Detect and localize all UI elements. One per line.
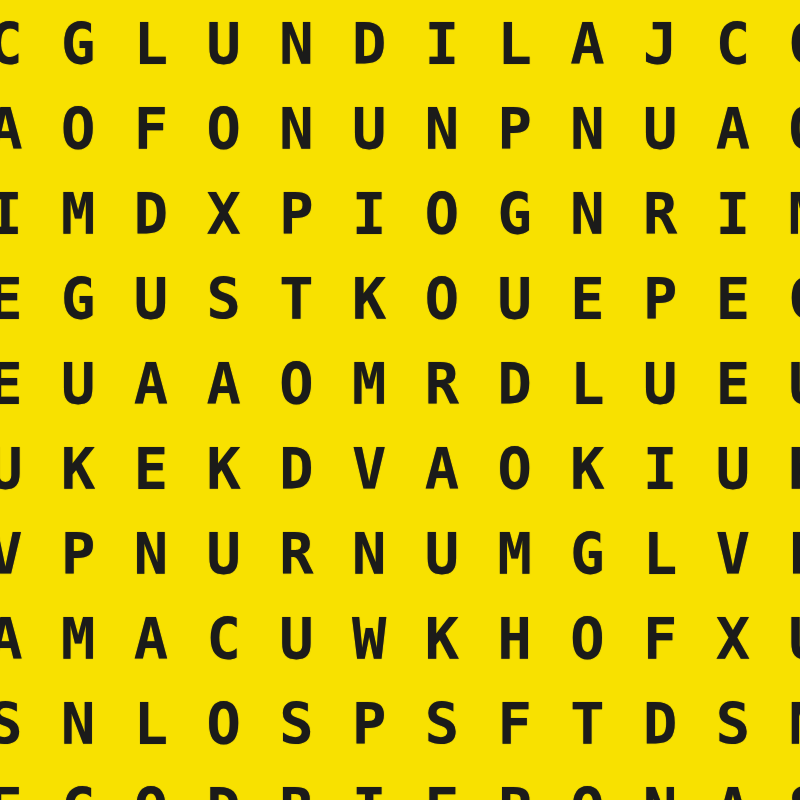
grid-cell[interactable]: M [42, 172, 115, 257]
grid-cell[interactable]: L [551, 342, 624, 427]
grid-cell[interactable]: A [697, 767, 770, 800]
grid-cell[interactable]: P [478, 87, 551, 172]
grid-cell[interactable]: U [478, 257, 551, 342]
grid-cell[interactable]: O [187, 682, 260, 767]
grid-cell[interactable]: L [478, 2, 551, 87]
grid-cell[interactable]: I [0, 172, 42, 257]
grid-cell[interactable]: P [260, 172, 333, 257]
grid-cell[interactable]: U [406, 512, 479, 597]
grid-cell[interactable]: V [697, 512, 770, 597]
grid-cell[interactable]: N [769, 682, 800, 767]
grid-cell[interactable]: M [478, 512, 551, 597]
grid-cell[interactable]: A [0, 597, 42, 682]
grid-cell[interactable]: U [115, 257, 188, 342]
grid-cell[interactable]: O [187, 87, 260, 172]
grid-cell[interactable]: P [769, 512, 800, 597]
grid-cell[interactable]: T [260, 257, 333, 342]
grid-cell[interactable]: U [260, 597, 333, 682]
grid-cell[interactable]: O [115, 767, 188, 800]
grid-cell[interactable]: D [115, 172, 188, 257]
grid-cell[interactable]: N [333, 512, 406, 597]
grid-cell[interactable]: U [769, 342, 800, 427]
grid-cell[interactable]: O [42, 87, 115, 172]
grid-cell[interactable]: R [260, 767, 333, 800]
grid-cell[interactable]: E [0, 767, 42, 800]
grid-cell[interactable]: U [769, 597, 800, 682]
grid-cell[interactable]: F [624, 597, 697, 682]
grid-cell[interactable]: E [0, 257, 42, 342]
grid-cell[interactable]: I [406, 2, 479, 87]
grid-cell[interactable]: U [187, 2, 260, 87]
grid-cell[interactable]: X [187, 172, 260, 257]
grid-cell[interactable]: U [333, 87, 406, 172]
grid-cell[interactable]: O [406, 257, 479, 342]
grid-cell[interactable]: F [478, 682, 551, 767]
grid-cell[interactable]: N [115, 512, 188, 597]
grid-cell[interactable]: C [187, 597, 260, 682]
grid-cell[interactable]: O [769, 87, 800, 172]
grid-cell[interactable]: D [260, 427, 333, 512]
grid-cell[interactable]: M [333, 342, 406, 427]
grid-cell[interactable]: E [0, 342, 42, 427]
grid-cell[interactable]: K [406, 597, 479, 682]
grid-cell[interactable]: N [551, 172, 624, 257]
grid-cell[interactable]: A [187, 342, 260, 427]
grid-cell[interactable]: U [697, 427, 770, 512]
grid-cell[interactable]: A [115, 342, 188, 427]
grid-cell[interactable]: N [551, 87, 624, 172]
grid-cell[interactable]: S [697, 682, 770, 767]
grid-cell[interactable]: N [260, 2, 333, 87]
grid-cell[interactable]: E [697, 257, 770, 342]
grid-cell[interactable]: K [551, 427, 624, 512]
grid-cell[interactable]: K [769, 427, 800, 512]
grid-cell[interactable]: N [42, 682, 115, 767]
grid-cell[interactable]: C [42, 767, 115, 800]
grid-cell[interactable]: A [406, 427, 479, 512]
grid-cell[interactable]: U [624, 342, 697, 427]
grid-cell[interactable]: E [406, 767, 479, 800]
grid-cell[interactable]: O [551, 767, 624, 800]
grid-cell[interactable]: E [551, 257, 624, 342]
grid-cell[interactable]: H [478, 597, 551, 682]
grid-cell[interactable]: S [0, 682, 42, 767]
grid-cell[interactable]: I [697, 172, 770, 257]
grid-cell[interactable]: O [260, 342, 333, 427]
grid-cell[interactable]: L [115, 682, 188, 767]
grid-cell[interactable]: G [551, 512, 624, 597]
grid-cell[interactable]: V [333, 427, 406, 512]
grid-cell[interactable]: I [624, 427, 697, 512]
grid-cell[interactable]: R [260, 512, 333, 597]
grid-cell[interactable]: I [333, 767, 406, 800]
grid-cell[interactable]: N [260, 87, 333, 172]
grid-cell[interactable]: K [333, 257, 406, 342]
grid-cell[interactable]: M [769, 172, 800, 257]
grid-cell[interactable]: S [769, 767, 800, 800]
grid-cell[interactable]: A [551, 2, 624, 87]
grid-cell[interactable]: G [478, 172, 551, 257]
grid-cell[interactable]: O [406, 172, 479, 257]
grid-cell[interactable]: U [42, 342, 115, 427]
grid-cell[interactable]: P [42, 512, 115, 597]
grid-cell[interactable]: D [333, 2, 406, 87]
grid-cell[interactable]: N [406, 87, 479, 172]
grid-cell[interactable]: U [624, 87, 697, 172]
grid-cell[interactable]: K [42, 427, 115, 512]
grid-cell[interactable]: G [42, 2, 115, 87]
grid-cell[interactable]: S [187, 257, 260, 342]
grid-cell[interactable]: U [187, 512, 260, 597]
grid-cell[interactable]: J [624, 2, 697, 87]
grid-cell[interactable]: X [697, 597, 770, 682]
grid-cell[interactable]: D [187, 767, 260, 800]
grid-cell[interactable]: S [260, 682, 333, 767]
grid-cell[interactable]: O [478, 427, 551, 512]
grid-cell[interactable]: M [42, 597, 115, 682]
grid-cell[interactable]: G [769, 257, 800, 342]
grid-cell[interactable]: R [406, 342, 479, 427]
grid-cell[interactable]: P [333, 682, 406, 767]
grid-cell[interactable]: S [406, 682, 479, 767]
grid-cell[interactable]: E [697, 342, 770, 427]
grid-cell[interactable]: D [478, 342, 551, 427]
grid-cell[interactable]: T [551, 682, 624, 767]
grid-cell[interactable]: F [115, 87, 188, 172]
grid-cell[interactable]: D [624, 682, 697, 767]
word-search-board: CGLUNDILAJCGAOFONUNPNUAOIMDXPIOGNRIMEGUS… [0, 2, 800, 800]
grid-cell[interactable]: P [478, 767, 551, 800]
grid-cell[interactable]: R [624, 172, 697, 257]
grid-cell[interactable]: N [624, 767, 697, 800]
grid-cell[interactable]: G [42, 257, 115, 342]
grid-cell[interactable]: U [0, 427, 42, 512]
grid-cell[interactable]: V [0, 512, 42, 597]
grid-cell[interactable]: A [0, 87, 42, 172]
grid-cell[interactable]: I [333, 172, 406, 257]
grid-cell[interactable]: G [769, 2, 800, 87]
grid-cell[interactable]: E [115, 427, 188, 512]
grid-cell[interactable]: L [115, 2, 188, 87]
grid-cell[interactable]: O [551, 597, 624, 682]
grid-cell[interactable]: C [0, 2, 42, 87]
grid-cell[interactable]: W [333, 597, 406, 682]
grid-cell[interactable]: K [187, 427, 260, 512]
grid-cell[interactable]: P [624, 257, 697, 342]
grid-cell[interactable]: C [697, 2, 770, 87]
grid-cell[interactable]: L [624, 512, 697, 597]
grid-cell[interactable]: A [115, 597, 188, 682]
grid-cell[interactable]: A [697, 87, 770, 172]
